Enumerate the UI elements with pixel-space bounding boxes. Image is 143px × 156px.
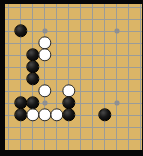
grid-hline (5, 19, 142, 20)
grid-vline (116, 4, 117, 150)
black-stone[interactable] (26, 72, 39, 85)
grid-vline (104, 4, 105, 150)
star-point (114, 101, 119, 106)
grid-vline (140, 4, 141, 150)
black-stone[interactable] (98, 108, 111, 121)
white-stone[interactable] (38, 84, 51, 97)
app-frame (0, 0, 143, 156)
star-point (42, 101, 47, 106)
grid-vline (56, 4, 57, 150)
grid-hline (5, 139, 142, 140)
grid-vline (80, 4, 81, 150)
grid-vline (128, 4, 129, 150)
grid-vline (44, 4, 45, 150)
star-point (42, 29, 47, 34)
grid-vline (68, 4, 69, 150)
grid-vline (8, 4, 9, 150)
star-point (114, 29, 119, 34)
grid-vline (92, 4, 93, 150)
white-stone[interactable] (38, 48, 51, 61)
go-board[interactable] (5, 4, 142, 150)
black-stone[interactable] (14, 24, 27, 37)
grid-hline (5, 127, 142, 128)
grid-hline (5, 43, 142, 44)
black-stone[interactable] (62, 108, 75, 121)
grid-hline (5, 7, 142, 8)
